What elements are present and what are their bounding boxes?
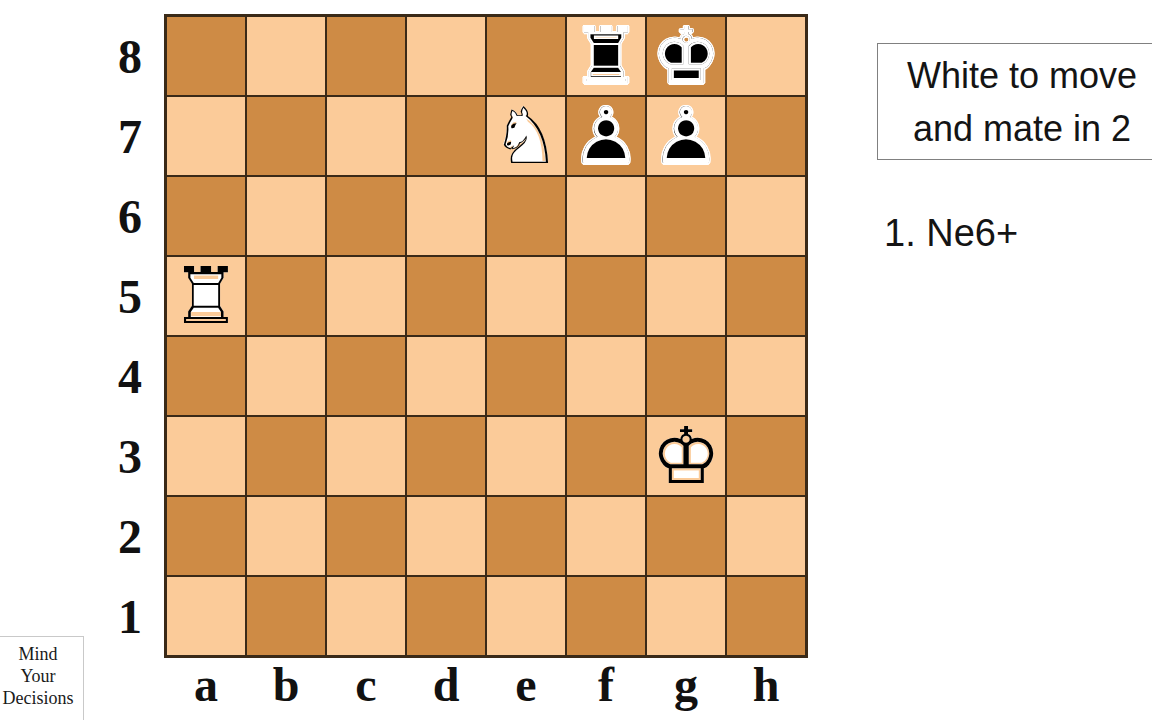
- black-pawn-g7: ♟♙: [646, 96, 726, 176]
- white-king-g3: ♚♔: [646, 416, 726, 496]
- square-c6: [326, 176, 406, 256]
- square-f1: [566, 576, 646, 656]
- watermark: Mind Your Decisions: [0, 636, 84, 720]
- rank-labels: 87654321: [100, 16, 160, 656]
- square-d8: [406, 16, 486, 96]
- square-b6: [246, 176, 326, 256]
- solution-move: 1. Ne6+: [884, 212, 1018, 255]
- square-h4: [726, 336, 806, 416]
- square-d2: [406, 496, 486, 576]
- rank-label-3: 3: [100, 416, 160, 496]
- square-e3: [486, 416, 566, 496]
- square-f2: [566, 496, 646, 576]
- square-g3: ♚♔: [646, 416, 726, 496]
- square-c7: [326, 96, 406, 176]
- square-e1: [486, 576, 566, 656]
- watermark-line-1: Mind: [18, 643, 57, 665]
- king-outline-icon: ♔: [651, 417, 721, 495]
- square-b3: [246, 416, 326, 496]
- square-d3: [406, 416, 486, 496]
- black-king-g8: ♚♔: [646, 16, 726, 96]
- rank-label-6: 6: [100, 176, 160, 256]
- rank-label-2: 2: [100, 496, 160, 576]
- rank-label-1: 1: [100, 576, 160, 656]
- square-f6: [566, 176, 646, 256]
- square-d4: [406, 336, 486, 416]
- rook-outline-icon: ♖: [571, 17, 641, 95]
- file-label-g: g: [646, 656, 726, 712]
- puzzle-caption-box: White to move and mate in 2: [877, 43, 1152, 160]
- square-f8: ♜♖: [566, 16, 646, 96]
- rank-label-8: 8: [100, 16, 160, 96]
- caption-line-2: and mate in 2: [913, 102, 1131, 155]
- watermark-line-2: Your: [20, 665, 55, 687]
- square-g8: ♚♔: [646, 16, 726, 96]
- pawn-outline-icon: ♙: [571, 97, 641, 175]
- square-e2: [486, 496, 566, 576]
- square-a6: [166, 176, 246, 256]
- square-g7: ♟♙: [646, 96, 726, 176]
- square-g4: [646, 336, 726, 416]
- square-h5: [726, 256, 806, 336]
- square-g5: [646, 256, 726, 336]
- king-outline-icon: ♔: [651, 17, 721, 95]
- square-c8: [326, 16, 406, 96]
- square-b5: [246, 256, 326, 336]
- file-label-f: f: [566, 656, 646, 712]
- file-label-a: a: [166, 656, 246, 712]
- pawn-outline-icon: ♙: [651, 97, 721, 175]
- file-label-b: b: [246, 656, 326, 712]
- square-b2: [246, 496, 326, 576]
- square-a1: [166, 576, 246, 656]
- square-f7: ♟♙: [566, 96, 646, 176]
- file-labels: abcdefgh: [166, 656, 806, 712]
- square-a5: ♜♖: [166, 256, 246, 336]
- square-c1: [326, 576, 406, 656]
- square-g6: [646, 176, 726, 256]
- square-f3: [566, 416, 646, 496]
- square-g1: [646, 576, 726, 656]
- black-rook-f8: ♜♖: [566, 16, 646, 96]
- file-label-e: e: [486, 656, 566, 712]
- black-pawn-f7: ♟♙: [566, 96, 646, 176]
- square-h1: [726, 576, 806, 656]
- square-d5: [406, 256, 486, 336]
- square-b1: [246, 576, 326, 656]
- square-h6: [726, 176, 806, 256]
- square-a4: [166, 336, 246, 416]
- white-knight-e7: ♞♘: [486, 96, 566, 176]
- square-c3: [326, 416, 406, 496]
- square-h7: [726, 96, 806, 176]
- file-label-h: h: [726, 656, 806, 712]
- rook-outline-icon: ♖: [171, 257, 241, 335]
- chess-board: ♜♖♚♔♞♘♟♙♟♙♜♖♚♔: [164, 14, 808, 658]
- square-d7: [406, 96, 486, 176]
- square-b8: [246, 16, 326, 96]
- square-e5: [486, 256, 566, 336]
- square-c4: [326, 336, 406, 416]
- square-a2: [166, 496, 246, 576]
- file-label-c: c: [326, 656, 406, 712]
- square-b4: [246, 336, 326, 416]
- square-a3: [166, 416, 246, 496]
- square-c2: [326, 496, 406, 576]
- square-f5: [566, 256, 646, 336]
- square-h8: [726, 16, 806, 96]
- square-h3: [726, 416, 806, 496]
- square-e6: [486, 176, 566, 256]
- square-a8: [166, 16, 246, 96]
- white-rook-a5: ♜♖: [166, 256, 246, 336]
- watermark-line-3: Decisions: [3, 687, 74, 709]
- file-label-d: d: [406, 656, 486, 712]
- square-e8: [486, 16, 566, 96]
- square-e4: [486, 336, 566, 416]
- square-a7: [166, 96, 246, 176]
- square-c5: [326, 256, 406, 336]
- square-d6: [406, 176, 486, 256]
- rank-label-5: 5: [100, 256, 160, 336]
- rank-label-4: 4: [100, 336, 160, 416]
- square-g2: [646, 496, 726, 576]
- square-d1: [406, 576, 486, 656]
- knight-outline-icon: ♘: [491, 97, 561, 175]
- caption-line-1: White to move: [907, 49, 1137, 102]
- square-f4: [566, 336, 646, 416]
- square-h2: [726, 496, 806, 576]
- square-b7: [246, 96, 326, 176]
- rank-label-7: 7: [100, 96, 160, 176]
- square-e7: ♞♘: [486, 96, 566, 176]
